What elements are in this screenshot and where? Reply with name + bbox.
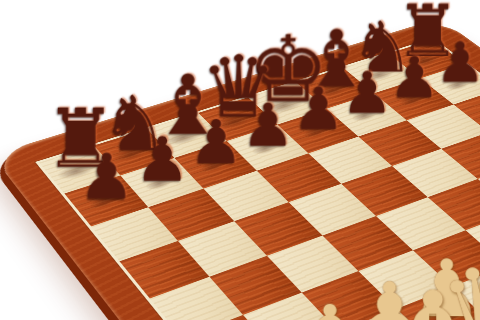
black-pawn-a7[interactable]: ♟ [60,146,154,208]
chess-board: ♜♞♟♝♟♚♟♛♟♝♟♞♟♜♟♟♟♟♜♟♞♟♝♟♚♟♛♟♝♟♞♜ [0,18,480,320]
chessboard-photo: ♜♞♟♝♟♚♟♛♟♝♟♞♟♜♟♟♟♟♜♟♞♟♝♟♚♟♛♟♝♟♞♜ [0,0,480,320]
